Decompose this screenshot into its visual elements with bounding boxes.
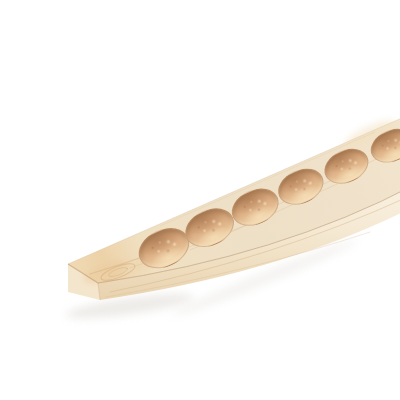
mancala-board-photo [40,16,400,400]
